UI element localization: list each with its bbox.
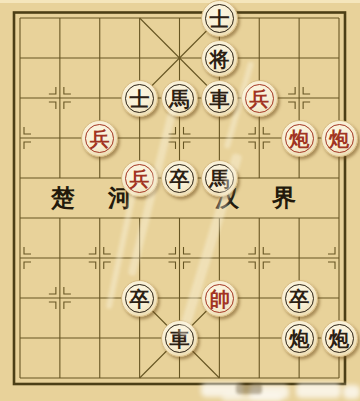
piece-glyph: 炮 xyxy=(329,129,349,149)
piece-ring: 炮 xyxy=(285,124,314,153)
piece-ring: 馬 xyxy=(165,84,194,113)
piece-black-soldier[interactable]: 卒 xyxy=(161,160,198,197)
piece-glyph: 将 xyxy=(209,49,229,69)
piece-glyph: 帥 xyxy=(209,289,229,309)
piece-ring: 炮 xyxy=(325,124,354,153)
piece-glyph: 兵 xyxy=(90,129,110,149)
piece-ring: 卒 xyxy=(125,284,154,313)
piece-ring: 炮 xyxy=(325,324,354,353)
piece-glyph: 士 xyxy=(209,9,229,29)
piece-ring: 兵 xyxy=(85,124,114,153)
piece-red-general[interactable]: 帥 xyxy=(201,280,238,317)
piece-ring: 卒 xyxy=(165,164,194,193)
piece-black-cannon[interactable]: 炮 xyxy=(321,320,358,357)
bottom-watermark-blob xyxy=(296,383,341,398)
piece-glyph: 兵 xyxy=(130,169,150,189)
piece-black-cannon[interactable]: 炮 xyxy=(281,320,318,357)
piece-glyph: 炮 xyxy=(289,329,309,349)
piece-red-cannon[interactable]: 炮 xyxy=(281,120,318,157)
piece-black-chariot[interactable]: 車 xyxy=(201,80,238,117)
piece-glyph: 兵 xyxy=(249,89,269,109)
piece-black-advisor[interactable]: 士 xyxy=(121,80,158,117)
piece-ring: 車 xyxy=(205,84,234,113)
piece-black-soldier[interactable]: 卒 xyxy=(281,280,318,317)
xiangqi-board-screen: 楚河 汉界 士将士馬車兵兵炮炮兵卒馬卒帥卒車炮炮 xyxy=(0,0,360,401)
piece-ring: 兵 xyxy=(245,84,274,113)
piece-glyph: 士 xyxy=(130,89,150,109)
piece-red-cannon[interactable]: 炮 xyxy=(321,120,358,157)
piece-red-soldier[interactable]: 兵 xyxy=(81,120,118,157)
bottom-watermark-blob xyxy=(343,385,360,399)
piece-glyph: 卒 xyxy=(130,289,150,309)
piece-glyph: 馬 xyxy=(169,89,189,109)
piece-glyph: 炮 xyxy=(329,329,349,349)
piece-glyph: 卒 xyxy=(169,169,189,189)
piece-glyph: 炮 xyxy=(289,129,309,149)
bottom-watermark-smudge xyxy=(236,383,262,394)
piece-black-horse[interactable]: 馬 xyxy=(161,80,198,117)
piece-ring: 卒 xyxy=(285,284,314,313)
piece-ring: 帥 xyxy=(205,284,234,313)
piece-ring: 将 xyxy=(205,44,234,73)
piece-black-soldier[interactable]: 卒 xyxy=(121,280,158,317)
piece-ring: 士 xyxy=(125,84,154,113)
piece-black-advisor[interactable]: 士 xyxy=(201,0,238,37)
bottom-watermark-blob xyxy=(222,394,282,401)
piece-black-general[interactable]: 将 xyxy=(201,40,238,77)
piece-ring: 炮 xyxy=(285,324,314,353)
piece-glyph: 車 xyxy=(209,89,229,109)
piece-ring: 士 xyxy=(205,4,234,33)
piece-glyph: 卒 xyxy=(289,289,309,309)
board: 士将士馬車兵兵炮炮兵卒馬卒帥卒車炮炮 xyxy=(0,0,359,398)
